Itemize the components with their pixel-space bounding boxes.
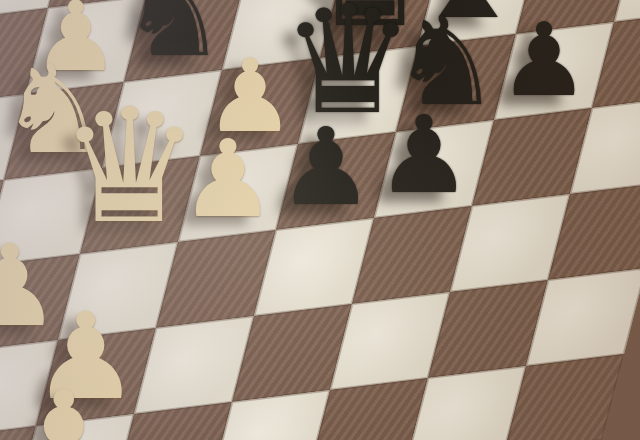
piece-black-bishop-f7: ♝	[411, 0, 524, 37]
chess-board-photo: ♟♞♚♝♞♟♛♞♟♛♟♟♟♟♟♟	[0, 0, 640, 440]
board: ♟♞♚♝♞♟♛♞♟♛♟♟♟♟♟♟	[0, 0, 640, 440]
